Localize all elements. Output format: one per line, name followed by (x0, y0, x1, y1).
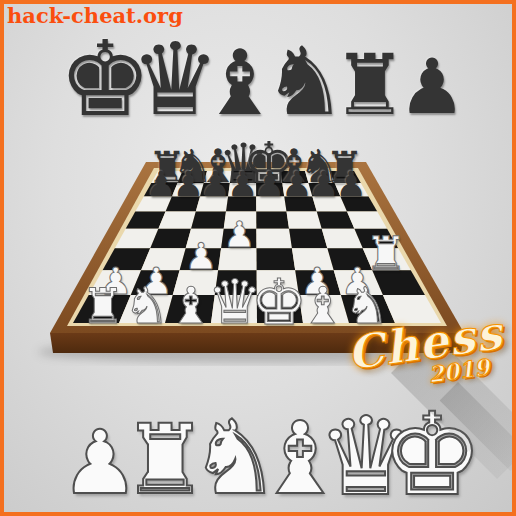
square-f7 (282, 183, 312, 196)
square-e4 (256, 229, 292, 248)
square-d4 (221, 229, 256, 248)
square-f5 (287, 212, 322, 229)
square-c2 (173, 270, 218, 295)
square-d6 (226, 196, 256, 211)
square-d1 (211, 295, 257, 323)
square-d3 (218, 248, 257, 270)
square-f8 (281, 171, 309, 183)
square-g8 (305, 171, 335, 183)
square-c8 (204, 171, 232, 183)
square-c4 (186, 229, 224, 248)
square-f3 (292, 248, 334, 270)
square-f6 (284, 196, 316, 211)
square-f1 (299, 295, 349, 323)
square-c7 (200, 183, 230, 196)
square-d7 (228, 183, 256, 196)
square-c5 (191, 212, 226, 229)
square-e1 (257, 295, 303, 323)
square-e3 (257, 248, 296, 270)
square-d2 (215, 270, 257, 295)
square-f2 (295, 270, 341, 295)
square-e6 (256, 196, 286, 211)
watermark-text: hack-cheat.org (7, 3, 183, 28)
square-f4 (289, 229, 327, 248)
square-e7 (256, 183, 284, 196)
square-d5 (224, 212, 257, 229)
square-d8 (230, 171, 256, 183)
square-c6 (196, 196, 228, 211)
square-e5 (256, 212, 289, 229)
square-c3 (180, 248, 221, 270)
square-c1 (165, 295, 215, 323)
square-e2 (257, 270, 299, 295)
square-b8 (178, 171, 207, 183)
square-e8 (256, 171, 282, 183)
